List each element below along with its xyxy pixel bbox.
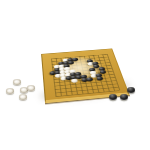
white-stone-off-board[interactable] (27, 85, 35, 91)
off-board-stones (0, 0, 150, 150)
white-stone-off-board[interactable] (6, 88, 14, 94)
black-stone-off-board[interactable] (120, 94, 129, 101)
white-stone-off-board[interactable] (13, 79, 21, 85)
go-set-photo (0, 0, 150, 150)
white-stone-off-board[interactable] (19, 94, 27, 100)
black-stone-off-board[interactable] (127, 87, 136, 94)
black-stone-off-board[interactable] (109, 94, 118, 101)
